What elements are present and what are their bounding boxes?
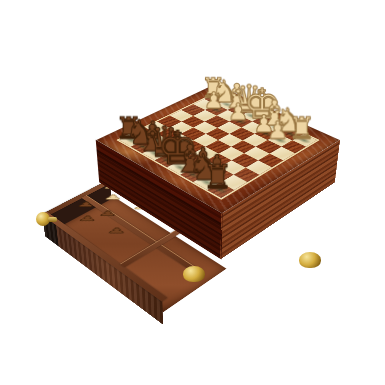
drawer-black-pawn[interactable]: ♟ (63, 214, 112, 221)
drawer-wall-front-rim (41, 212, 167, 302)
chess-box: ♜♞♝♛♚♝♞♜♟♟♟♟♟♟♟♟♜♞♝♛♚♝♞♜ (96, 84, 339, 213)
brass-foot (183, 266, 205, 282)
drawer-black-pawn[interactable]: ♟ (92, 226, 142, 234)
drawer-black-pawn[interactable]: ♟ (84, 209, 132, 216)
drawer-black-pawn[interactable]: ♟ (62, 200, 110, 207)
brass-foot (299, 252, 321, 268)
drawer-front-panel (42, 214, 163, 325)
piece-white-pawn[interactable]: ♟ (253, 117, 301, 141)
scene: ♟♟♟♟♟♟♟♟ ♜♞♝♛♚♝♞♜♟♟♟♟♟♟♟♟♜♞♝♛♚♝♞♜ (0, 0, 385, 385)
drawer-knob-stem (48, 217, 57, 222)
piece-black-rook[interactable]: ♜ (191, 158, 244, 191)
drawer-knob[interactable] (36, 212, 56, 227)
chess-set-product-photo: ♟♟♟♟♟♟♟♟ ♜♞♝♛♚♝♞♜♟♟♟♟♟♟♟♟♜♞♝♛♚♝♞♜ (0, 0, 385, 385)
square-g2[interactable]: ♟ (267, 134, 292, 147)
